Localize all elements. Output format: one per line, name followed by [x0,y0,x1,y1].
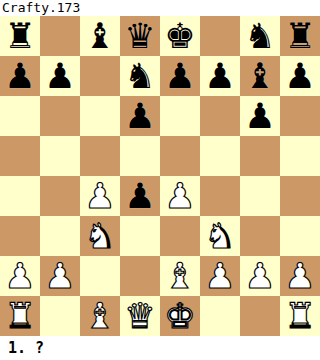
black-pawn[interactable]: ♟ [204,59,235,94]
square-e5[interactable] [160,136,200,176]
square-b5[interactable] [40,136,80,176]
square-b6[interactable] [40,96,80,136]
square-g3[interactable] [240,216,280,256]
white-bishop[interactable]: ♝ [164,259,195,294]
square-e4[interactable]: ♟ [160,176,200,216]
square-g6[interactable]: ♟ [240,96,280,136]
square-e6[interactable] [160,96,200,136]
white-rook[interactable]: ♜ [284,299,315,334]
square-g1[interactable] [240,296,280,336]
square-e1[interactable]: ♚ [160,296,200,336]
square-g5[interactable] [240,136,280,176]
square-d4[interactable]: ♟ [120,176,160,216]
status-bar: 1. ? [0,336,320,360]
square-a6[interactable] [0,96,40,136]
square-b8[interactable] [40,16,80,56]
black-rook[interactable]: ♜ [4,19,35,54]
black-pawn[interactable]: ♟ [124,99,155,134]
black-queen[interactable]: ♛ [124,19,155,54]
move-prompt: 1. ? [8,339,44,357]
square-a3[interactable] [0,216,40,256]
white-rook[interactable]: ♜ [4,299,35,334]
white-pawn[interactable]: ♟ [244,259,275,294]
square-h1[interactable]: ♜ [280,296,320,336]
square-h6[interactable] [280,96,320,136]
square-c3[interactable]: ♞ [80,216,120,256]
square-f2[interactable]: ♟ [200,256,240,296]
white-pawn[interactable]: ♟ [284,259,315,294]
square-c7[interactable] [80,56,120,96]
black-pawn[interactable]: ♟ [164,59,195,94]
square-b3[interactable] [40,216,80,256]
square-e7[interactable]: ♟ [160,56,200,96]
white-king[interactable]: ♚ [164,299,195,334]
square-d2[interactable] [120,256,160,296]
square-f4[interactable] [200,176,240,216]
square-h5[interactable] [280,136,320,176]
square-h2[interactable]: ♟ [280,256,320,296]
square-f8[interactable] [200,16,240,56]
white-knight[interactable]: ♞ [204,219,235,254]
white-knight[interactable]: ♞ [84,219,115,254]
square-c8[interactable]: ♝ [80,16,120,56]
window-title: Crafty.173 [0,0,320,16]
square-b4[interactable] [40,176,80,216]
square-c5[interactable] [80,136,120,176]
square-c4[interactable]: ♟ [80,176,120,216]
square-g4[interactable] [240,176,280,216]
square-b7[interactable]: ♟ [40,56,80,96]
white-pawn[interactable]: ♟ [204,259,235,294]
square-d3[interactable] [120,216,160,256]
white-bishop[interactable]: ♝ [84,299,115,334]
square-b2[interactable]: ♟ [40,256,80,296]
black-bishop[interactable]: ♝ [244,59,275,94]
square-c6[interactable] [80,96,120,136]
square-d7[interactable]: ♞ [120,56,160,96]
square-f5[interactable] [200,136,240,176]
black-pawn[interactable]: ♟ [44,59,75,94]
square-e2[interactable]: ♝ [160,256,200,296]
black-pawn[interactable]: ♟ [244,99,275,134]
white-pawn[interactable]: ♟ [164,179,195,214]
square-a8[interactable]: ♜ [0,16,40,56]
black-pawn[interactable]: ♟ [4,59,35,94]
square-a4[interactable] [0,176,40,216]
black-rook[interactable]: ♜ [284,19,315,54]
square-h8[interactable]: ♜ [280,16,320,56]
square-g7[interactable]: ♝ [240,56,280,96]
square-g8[interactable]: ♞ [240,16,280,56]
white-pawn[interactable]: ♟ [84,179,115,214]
square-e3[interactable] [160,216,200,256]
white-queen[interactable]: ♛ [124,299,155,334]
black-bishop[interactable]: ♝ [84,19,115,54]
square-d1[interactable]: ♛ [120,296,160,336]
black-king[interactable]: ♚ [164,19,195,54]
square-c2[interactable] [80,256,120,296]
black-knight[interactable]: ♞ [244,19,275,54]
square-f3[interactable]: ♞ [200,216,240,256]
square-a7[interactable]: ♟ [0,56,40,96]
square-d5[interactable] [120,136,160,176]
square-h3[interactable] [280,216,320,256]
square-b1[interactable] [40,296,80,336]
square-c1[interactable]: ♝ [80,296,120,336]
square-g2[interactable]: ♟ [240,256,280,296]
square-f7[interactable]: ♟ [200,56,240,96]
square-e8[interactable]: ♚ [160,16,200,56]
white-pawn[interactable]: ♟ [44,259,75,294]
square-f1[interactable] [200,296,240,336]
xboard-window: Crafty.173 ♜♝♛♚♞♜♟♟♞♟♟♝♟♟♟♟♟♟♞♞♟♟♝♟♟♟♜♝♛… [0,0,320,360]
square-h7[interactable]: ♟ [280,56,320,96]
square-a2[interactable]: ♟ [0,256,40,296]
square-f6[interactable] [200,96,240,136]
black-pawn[interactable]: ♟ [124,179,155,214]
square-a1[interactable]: ♜ [0,296,40,336]
black-knight[interactable]: ♞ [124,59,155,94]
square-d8[interactable]: ♛ [120,16,160,56]
square-d6[interactable]: ♟ [120,96,160,136]
square-a5[interactable] [0,136,40,176]
square-h4[interactable] [280,176,320,216]
chess-board: ♜♝♛♚♞♜♟♟♞♟♟♝♟♟♟♟♟♟♞♞♟♟♝♟♟♟♜♝♛♚♜ [0,16,320,336]
white-pawn[interactable]: ♟ [4,259,35,294]
black-pawn[interactable]: ♟ [284,59,315,94]
